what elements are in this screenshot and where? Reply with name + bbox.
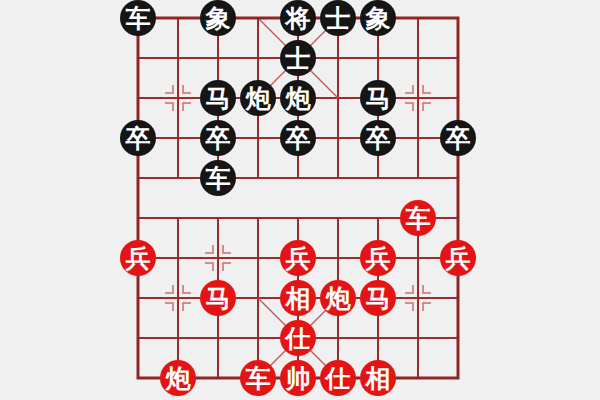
xiangqi-board: 车象将士象士马炮炮马卒卒卒卒卒车车兵兵兵兵马相炮马仕炮车帅仕相 xyxy=(118,0,478,398)
red-soldier-piece[interactable]: 兵 xyxy=(440,240,476,276)
board-point-f9r7: 兵 xyxy=(438,238,478,278)
red-chariot-piece[interactable]: 车 xyxy=(400,200,436,236)
red-advisor-piece[interactable]: 仕 xyxy=(280,320,316,356)
black-advisor-piece[interactable]: 士 xyxy=(280,40,316,76)
black-elephant-piece[interactable]: 象 xyxy=(200,0,236,36)
black-horse-piece[interactable]: 马 xyxy=(200,80,236,116)
board-point-f6r10: 仕 xyxy=(318,358,358,398)
board-point-f5r1: 将 xyxy=(278,0,318,38)
board-point-f7r3: 马 xyxy=(358,78,398,118)
board-point-f5r2: 士 xyxy=(278,38,318,78)
red-elephant-piece[interactable]: 相 xyxy=(360,360,396,396)
black-chariot-piece[interactable]: 车 xyxy=(120,0,156,36)
board-point-f6r8: 炮 xyxy=(318,278,358,318)
board-point-f5r9: 仕 xyxy=(278,318,318,358)
red-soldier-piece[interactable]: 兵 xyxy=(360,240,396,276)
board-point-f7r10: 相 xyxy=(358,358,398,398)
red-chariot-piece[interactable]: 车 xyxy=(240,360,276,396)
black-chariot-piece[interactable]: 车 xyxy=(200,160,236,196)
board-point-f3r8: 马 xyxy=(198,278,238,318)
board-point-f2r10: 炮 xyxy=(158,358,198,398)
black-soldier-piece[interactable]: 卒 xyxy=(360,120,396,156)
red-general-piece[interactable]: 帅 xyxy=(280,360,316,396)
board-point-f7r7: 兵 xyxy=(358,238,398,278)
black-soldier-piece[interactable]: 卒 xyxy=(200,120,236,156)
board-point-f3r3: 马 xyxy=(198,78,238,118)
red-cannon-piece[interactable]: 炮 xyxy=(160,360,196,396)
red-advisor-piece[interactable]: 仕 xyxy=(320,360,356,396)
black-soldier-piece[interactable]: 卒 xyxy=(120,120,156,156)
board-point-f4r3: 炮 xyxy=(238,78,278,118)
board-point-f1r4: 卒 xyxy=(118,118,158,158)
board-point-f5r3: 炮 xyxy=(278,78,318,118)
board-point-f3r5: 车 xyxy=(198,158,238,198)
black-general-piece[interactable]: 将 xyxy=(280,0,316,36)
red-horse-piece[interactable]: 马 xyxy=(360,280,396,316)
board-point-f7r1: 象 xyxy=(358,0,398,38)
red-cannon-piece[interactable]: 炮 xyxy=(320,280,356,316)
red-soldier-piece[interactable]: 兵 xyxy=(280,240,316,276)
black-cannon-piece[interactable]: 炮 xyxy=(280,80,316,116)
board-point-f5r7: 兵 xyxy=(278,238,318,278)
board-point-f5r10: 帅 xyxy=(278,358,318,398)
black-advisor-piece[interactable]: 士 xyxy=(320,0,356,36)
red-elephant-piece[interactable]: 相 xyxy=(280,280,316,316)
board-point-f3r4: 卒 xyxy=(198,118,238,158)
board-point-f1r1: 车 xyxy=(118,0,158,38)
board-point-f9r4: 卒 xyxy=(438,118,478,158)
board-point-f7r4: 卒 xyxy=(358,118,398,158)
xiangqi-screenshot: 车象将士象士马炮炮马卒卒卒卒卒车车兵兵兵兵马相炮马仕炮车帅仕相 xyxy=(0,0,600,400)
board-point-f5r8: 相 xyxy=(278,278,318,318)
board-point-f4r10: 车 xyxy=(238,358,278,398)
board-point-f6r1: 士 xyxy=(318,0,358,38)
board-point-f8r6: 车 xyxy=(398,198,438,238)
black-soldier-piece[interactable]: 卒 xyxy=(440,120,476,156)
black-cannon-piece[interactable]: 炮 xyxy=(240,80,276,116)
board-point-f3r1: 象 xyxy=(198,0,238,38)
board-point-f7r8: 马 xyxy=(358,278,398,318)
board-point-f5r4: 卒 xyxy=(278,118,318,158)
black-soldier-piece[interactable]: 卒 xyxy=(280,120,316,156)
red-horse-piece[interactable]: 马 xyxy=(200,280,236,316)
board-points: 车象将士象士马炮炮马卒卒卒卒卒车车兵兵兵兵马相炮马仕炮车帅仕相 xyxy=(118,0,478,398)
black-elephant-piece[interactable]: 象 xyxy=(360,0,396,36)
black-horse-piece[interactable]: 马 xyxy=(360,80,396,116)
red-soldier-piece[interactable]: 兵 xyxy=(120,240,156,276)
board-point-f1r7: 兵 xyxy=(118,238,158,278)
